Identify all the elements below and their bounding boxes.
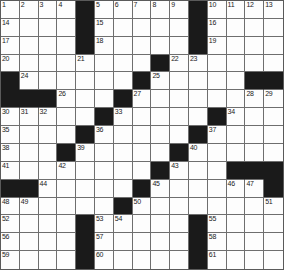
clue-number: 36	[96, 126, 103, 134]
cell-r3c2[interactable]	[39, 55, 58, 73]
cell-r11c12[interactable]	[227, 198, 246, 216]
cell-r1c1[interactable]	[20, 19, 39, 37]
cell-r11c7[interactable]: 50	[133, 198, 152, 216]
cell-r4c12[interactable]	[227, 72, 246, 90]
clue-number: 56	[2, 233, 9, 241]
clue-number: 50	[134, 198, 141, 206]
cell-r8c3	[57, 144, 76, 162]
cell-r12c7[interactable]	[133, 215, 152, 233]
cell-r10c0	[1, 180, 20, 198]
cell-r14c6[interactable]	[114, 251, 133, 269]
cell-r9c10[interactable]	[189, 162, 208, 180]
cell-r13c0[interactable]: 56	[1, 233, 20, 251]
cell-r9c9[interactable]: 43	[170, 162, 189, 180]
cell-r2c3[interactable]	[57, 37, 76, 55]
cell-r13c14[interactable]	[264, 233, 283, 251]
cell-r6c6[interactable]: 33	[114, 108, 133, 126]
cell-r0c8[interactable]: 8	[151, 1, 170, 19]
clue-number: 3	[40, 1, 44, 9]
cell-r12c13[interactable]	[245, 215, 264, 233]
cell-r14c9[interactable]	[170, 251, 189, 269]
cell-r6c0[interactable]: 30	[1, 108, 20, 126]
clue-number: 37	[209, 126, 216, 134]
cell-r10c3[interactable]	[57, 180, 76, 198]
cell-r11c14[interactable]: 51	[264, 198, 283, 216]
cell-r1c3[interactable]	[57, 19, 76, 37]
cell-r11c5[interactable]	[95, 198, 114, 216]
clue-number: 8	[152, 1, 156, 9]
cell-r6c2[interactable]: 32	[39, 108, 58, 126]
cell-r5c3[interactable]: 26	[57, 90, 76, 108]
cell-r14c5[interactable]: 60	[95, 251, 114, 269]
cell-r10c5[interactable]	[95, 180, 114, 198]
cell-r8c5[interactable]	[95, 144, 114, 162]
cell-r2c5[interactable]: 18	[95, 37, 114, 55]
cell-r8c6[interactable]	[114, 144, 133, 162]
cell-r4c11[interactable]	[208, 72, 227, 90]
cell-r0c12[interactable]: 11	[227, 1, 246, 19]
clue-number: 53	[96, 215, 103, 223]
cell-r6c1[interactable]: 31	[20, 108, 39, 126]
cell-r2c13[interactable]	[245, 37, 264, 55]
cell-r11c9[interactable]	[170, 198, 189, 216]
cell-r3c6[interactable]	[114, 55, 133, 73]
cell-r3c11[interactable]	[208, 55, 227, 73]
cell-r3c9[interactable]: 22	[170, 55, 189, 73]
cell-r2c0[interactable]: 17	[1, 37, 20, 55]
clue-number: 40	[190, 144, 197, 152]
cell-r12c3[interactable]	[57, 215, 76, 233]
cell-r7c13[interactable]	[245, 126, 264, 144]
cell-r0c6[interactable]: 6	[114, 1, 133, 19]
clue-number: 41	[2, 162, 9, 170]
cell-r2c10	[189, 37, 208, 55]
cell-r10c11[interactable]	[208, 180, 227, 198]
cell-r3c5[interactable]	[95, 55, 114, 73]
clue-number: 60	[96, 251, 103, 259]
clue-number: 51	[265, 198, 272, 206]
cell-r8c10[interactable]: 40	[189, 144, 208, 162]
clue-number: 18	[96, 37, 103, 45]
crossword-board: 1234567891011121314151617181920212223242…	[0, 0, 284, 270]
cell-r6c5	[95, 108, 114, 126]
cell-r0c2[interactable]: 3	[39, 1, 58, 19]
cell-r8c4[interactable]: 39	[76, 144, 95, 162]
cell-r3c12[interactable]	[227, 55, 246, 73]
clue-number: 10	[209, 1, 216, 9]
cell-r1c11[interactable]: 16	[208, 19, 227, 37]
cell-r0c11[interactable]: 10	[208, 1, 227, 19]
cell-r1c12[interactable]	[227, 19, 246, 37]
clue-number: 54	[115, 215, 122, 223]
cell-r14c1[interactable]	[20, 251, 39, 269]
cell-r5c0	[1, 90, 20, 108]
clue-number: 23	[190, 55, 197, 63]
cell-r10c13[interactable]: 47	[245, 180, 264, 198]
cell-r1c10	[189, 19, 208, 37]
cell-r5c11[interactable]	[208, 90, 227, 108]
cell-r4c5[interactable]	[95, 72, 114, 90]
clue-number: 4	[58, 1, 62, 9]
cell-r9c7[interactable]	[133, 162, 152, 180]
cell-r9c1[interactable]	[20, 162, 39, 180]
cell-r14c8[interactable]	[151, 251, 170, 269]
cell-r13c12[interactable]	[227, 233, 246, 251]
cell-r3c14[interactable]	[264, 55, 283, 73]
cell-r8c0[interactable]: 38	[1, 144, 20, 162]
cell-r2c7[interactable]	[133, 37, 152, 55]
cell-r4c3[interactable]	[57, 72, 76, 90]
clue-number: 33	[115, 108, 122, 116]
cell-r3c0[interactable]: 20	[1, 55, 20, 73]
clue-number: 58	[209, 233, 216, 241]
cell-r6c13[interactable]	[245, 108, 264, 126]
clue-number: 9	[171, 1, 175, 9]
cell-r6c8[interactable]	[151, 108, 170, 126]
clue-number: 44	[40, 180, 47, 188]
cell-r10c9[interactable]	[170, 180, 189, 198]
cell-r0c10	[189, 1, 208, 19]
clue-number: 48	[2, 198, 9, 206]
cell-r3c4[interactable]: 21	[76, 55, 95, 73]
cell-r7c5[interactable]: 36	[95, 126, 114, 144]
cell-r6c4[interactable]	[76, 108, 95, 126]
cell-r4c10[interactable]	[189, 72, 208, 90]
cell-r9c14	[264, 162, 283, 180]
cell-r5c8[interactable]	[151, 90, 170, 108]
cell-r5c10[interactable]	[189, 90, 208, 108]
cell-r13c11[interactable]: 58	[208, 233, 227, 251]
cell-r14c12[interactable]	[227, 251, 246, 269]
cell-r14c10	[189, 251, 208, 269]
clue-number: 17	[2, 37, 9, 45]
cell-r8c9	[170, 144, 189, 162]
clue-number: 15	[96, 19, 103, 27]
cell-r4c8[interactable]: 25	[151, 72, 170, 90]
clue-number: 20	[2, 55, 9, 63]
cell-r4c6[interactable]	[114, 72, 133, 90]
clue-number: 47	[246, 180, 253, 188]
cell-r1c13[interactable]	[245, 19, 264, 37]
cell-r7c11[interactable]: 37	[208, 126, 227, 144]
cell-r12c8[interactable]	[151, 215, 170, 233]
cell-r5c4[interactable]	[76, 90, 95, 108]
clue-number: 45	[152, 180, 159, 188]
cell-r13c2[interactable]	[39, 233, 58, 251]
cell-r10c6[interactable]	[114, 180, 133, 198]
cell-r14c13[interactable]	[245, 251, 264, 269]
cell-r6c3[interactable]	[57, 108, 76, 126]
cell-r9c5[interactable]	[95, 162, 114, 180]
clue-number: 49	[21, 198, 28, 206]
cell-r9c11[interactable]	[208, 162, 227, 180]
cell-r7c4	[76, 126, 95, 144]
clue-number: 12	[246, 1, 253, 9]
cell-r2c14[interactable]	[264, 37, 283, 55]
cell-r9c8	[151, 162, 170, 180]
cell-r12c4	[76, 215, 95, 233]
cell-r1c9[interactable]	[170, 19, 189, 37]
cell-r6c14[interactable]	[264, 108, 283, 126]
clue-number: 21	[77, 55, 84, 63]
cell-r9c2[interactable]	[39, 162, 58, 180]
cell-r12c1[interactable]	[20, 215, 39, 233]
cell-r5c14[interactable]: 29	[264, 90, 283, 108]
cell-r11c6	[114, 198, 133, 216]
cell-r12c0[interactable]: 52	[1, 215, 20, 233]
cell-r7c9[interactable]	[170, 126, 189, 144]
cell-r10c1	[20, 180, 39, 198]
clue-number: 57	[96, 233, 103, 241]
cell-r4c4[interactable]	[76, 72, 95, 90]
cell-r13c3[interactable]	[57, 233, 76, 251]
cell-r1c0[interactable]: 14	[1, 19, 20, 37]
clue-number: 25	[152, 72, 159, 80]
cell-r6c11	[208, 108, 227, 126]
clue-number: 13	[265, 1, 272, 9]
clue-number: 14	[2, 19, 9, 27]
cell-r9c12	[227, 162, 246, 180]
cell-r5c1	[20, 90, 39, 108]
cell-r13c13[interactable]	[245, 233, 264, 251]
cell-r8c11[interactable]	[208, 144, 227, 162]
cell-r13c5[interactable]: 57	[95, 233, 114, 251]
clue-number: 29	[265, 90, 272, 98]
clue-number: 28	[246, 90, 253, 98]
cell-r4c7	[133, 72, 152, 90]
cell-r0c14[interactable]: 13	[264, 1, 283, 19]
cell-r0c9[interactable]: 9	[170, 1, 189, 19]
cell-r10c4[interactable]	[76, 180, 95, 198]
clue-number: 52	[2, 215, 9, 223]
cell-r11c2[interactable]	[39, 198, 58, 216]
cell-r12c9[interactable]	[170, 215, 189, 233]
clue-number: 22	[171, 55, 178, 63]
cell-r2c2[interactable]	[39, 37, 58, 55]
cell-r14c4	[76, 251, 95, 269]
cell-r7c1[interactable]	[20, 126, 39, 144]
cell-r8c7[interactable]	[133, 144, 152, 162]
cell-r12c14[interactable]	[264, 215, 283, 233]
cell-r3c3[interactable]	[57, 55, 76, 73]
cell-r7c2[interactable]	[39, 126, 58, 144]
cell-r10c10[interactable]	[189, 180, 208, 198]
cell-r4c9[interactable]	[170, 72, 189, 90]
clue-number: 27	[134, 90, 141, 98]
cell-r9c13	[245, 162, 264, 180]
cell-r8c14[interactable]	[264, 144, 283, 162]
cell-r5c7[interactable]: 27	[133, 90, 152, 108]
cell-r13c4	[76, 233, 95, 251]
clue-number: 42	[58, 162, 65, 170]
cell-r8c1[interactable]	[20, 144, 39, 162]
clue-number: 35	[2, 126, 9, 134]
cell-r0c0[interactable]: 1	[1, 1, 20, 19]
clue-number: 11	[228, 1, 235, 9]
cell-r11c11[interactable]	[208, 198, 227, 216]
cell-r11c1[interactable]: 49	[20, 198, 39, 216]
cell-r1c14[interactable]	[264, 19, 283, 37]
cell-r12c11[interactable]: 55	[208, 215, 227, 233]
clue-number: 7	[134, 1, 138, 9]
cell-r5c9[interactable]	[170, 90, 189, 108]
cell-r2c9[interactable]	[170, 37, 189, 55]
clue-number: 6	[115, 1, 119, 9]
clue-number: 55	[209, 215, 216, 223]
cell-r6c12[interactable]: 34	[227, 108, 246, 126]
cell-r4c14	[264, 72, 283, 90]
clue-number: 24	[21, 72, 28, 80]
cell-r3c13[interactable]	[245, 55, 264, 73]
clue-number: 46	[228, 180, 235, 188]
clue-number: 39	[77, 144, 84, 152]
cell-r11c4[interactable]	[76, 198, 95, 216]
cell-r14c0[interactable]: 59	[1, 251, 20, 269]
cell-r5c13[interactable]: 28	[245, 90, 264, 108]
cell-r0c5[interactable]: 5	[95, 1, 114, 19]
cell-r1c2[interactable]	[39, 19, 58, 37]
cell-r6c7[interactable]	[133, 108, 152, 126]
cell-r3c1[interactable]	[20, 55, 39, 73]
cell-r13c1[interactable]	[20, 233, 39, 251]
cell-r11c3[interactable]	[57, 198, 76, 216]
cell-r13c10	[189, 233, 208, 251]
clue-number: 61	[209, 251, 216, 259]
cell-r2c4	[76, 37, 95, 55]
cell-r0c13[interactable]: 12	[245, 1, 264, 19]
cell-r7c6[interactable]	[114, 126, 133, 144]
cell-r7c0[interactable]: 35	[1, 126, 20, 144]
cell-r3c8	[151, 55, 170, 73]
cell-r5c5[interactable]	[95, 90, 114, 108]
cell-r10c2[interactable]: 44	[39, 180, 58, 198]
cell-r8c2[interactable]	[39, 144, 58, 162]
cell-r0c3[interactable]: 4	[57, 1, 76, 19]
clue-number: 1	[2, 1, 6, 9]
cell-r7c14[interactable]	[264, 126, 283, 144]
cell-r2c11[interactable]: 19	[208, 37, 227, 55]
cell-r5c6	[114, 90, 133, 108]
cell-r4c2[interactable]	[39, 72, 58, 90]
cell-r4c1[interactable]: 24	[20, 72, 39, 90]
clue-number: 5	[96, 1, 100, 9]
cell-r1c8[interactable]	[151, 19, 170, 37]
cell-r2c8[interactable]	[151, 37, 170, 55]
clue-number: 32	[40, 108, 47, 116]
cell-r7c10	[189, 126, 208, 144]
cell-r14c2[interactable]	[39, 251, 58, 269]
cell-r9c6[interactable]	[114, 162, 133, 180]
cell-r8c8[interactable]	[151, 144, 170, 162]
cell-r6c10[interactable]	[189, 108, 208, 126]
clue-number: 30	[2, 108, 9, 116]
clue-number: 19	[209, 37, 216, 45]
cell-r12c5[interactable]: 53	[95, 215, 114, 233]
cell-r8c12[interactable]	[227, 144, 246, 162]
cell-r12c2[interactable]	[39, 215, 58, 233]
cell-r2c6[interactable]	[114, 37, 133, 55]
cell-r11c0[interactable]: 48	[1, 198, 20, 216]
cell-r5c2	[39, 90, 58, 108]
clue-number: 2	[21, 1, 25, 9]
cell-r9c0[interactable]: 41	[1, 162, 20, 180]
cell-r3c7[interactable]	[133, 55, 152, 73]
cell-r7c12[interactable]	[227, 126, 246, 144]
clue-number: 38	[2, 144, 9, 152]
cell-r0c1[interactable]: 2	[20, 1, 39, 19]
cell-r6c9[interactable]	[170, 108, 189, 126]
cell-r0c4	[76, 1, 95, 19]
clue-number: 59	[2, 251, 9, 259]
clue-number: 31	[21, 108, 28, 116]
cell-r5c12[interactable]	[227, 90, 246, 108]
cell-r0c7[interactable]: 7	[133, 1, 152, 19]
cell-r4c0	[1, 72, 20, 90]
cell-r14c14[interactable]	[264, 251, 283, 269]
cell-r4c13	[245, 72, 264, 90]
cell-r14c11[interactable]: 61	[208, 251, 227, 269]
cell-r14c7[interactable]	[133, 251, 152, 269]
cell-r9c3[interactable]: 42	[57, 162, 76, 180]
cell-r10c7	[133, 180, 152, 198]
cell-r9c4[interactable]	[76, 162, 95, 180]
cell-r1c4	[76, 19, 95, 37]
clue-number: 26	[58, 90, 65, 98]
cell-r13c7[interactable]	[133, 233, 152, 251]
cell-r3c10[interactable]: 23	[189, 55, 208, 73]
cell-r1c6[interactable]	[114, 19, 133, 37]
cell-r12c6[interactable]: 54	[114, 215, 133, 233]
cell-r7c3[interactable]	[57, 126, 76, 144]
cell-r10c12[interactable]: 46	[227, 180, 246, 198]
cell-r10c8[interactable]: 45	[151, 180, 170, 198]
cell-r11c10[interactable]	[189, 198, 208, 216]
cell-r2c1[interactable]	[20, 37, 39, 55]
clue-number: 43	[171, 162, 178, 170]
cell-r1c5[interactable]: 15	[95, 19, 114, 37]
cell-r13c9[interactable]	[170, 233, 189, 251]
cell-r10c14	[264, 180, 283, 198]
cell-r2c12[interactable]	[227, 37, 246, 55]
cell-r13c6[interactable]	[114, 233, 133, 251]
cell-r8c13[interactable]	[245, 144, 264, 162]
cell-r14c3[interactable]	[57, 251, 76, 269]
cell-r7c8[interactable]	[151, 126, 170, 144]
clue-number: 16	[209, 19, 216, 27]
cell-r11c8[interactable]	[151, 198, 170, 216]
cell-r7c7[interactable]	[133, 126, 152, 144]
cell-r12c10	[189, 215, 208, 233]
clue-number: 34	[228, 108, 235, 116]
cell-r12c12[interactable]	[227, 215, 246, 233]
cell-r13c8[interactable]	[151, 233, 170, 251]
cell-r1c7[interactable]	[133, 19, 152, 37]
cell-r11c13[interactable]	[245, 198, 264, 216]
